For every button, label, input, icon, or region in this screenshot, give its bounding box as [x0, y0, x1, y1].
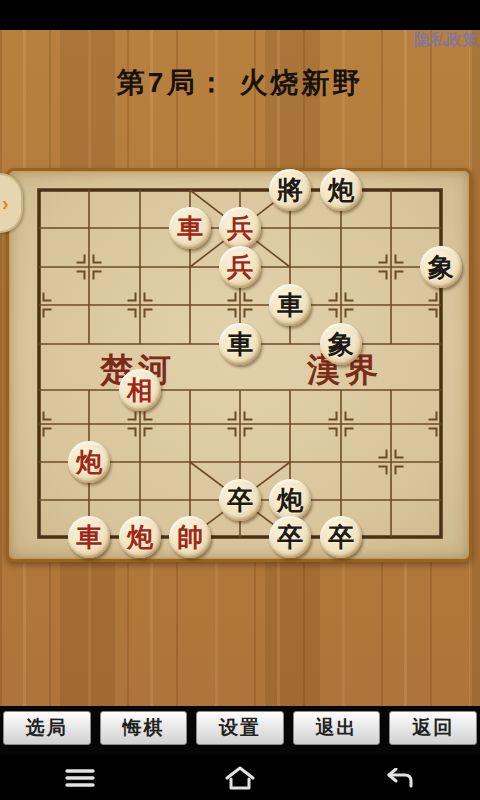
red-cannon-piece[interactable]: 炮 [119, 516, 161, 558]
red-cannon-piece[interactable]: 炮 [68, 441, 110, 483]
pieces-layer: 將炮車兵兵象車車象相炮卒炮車炮帥卒卒 [0, 0, 480, 800]
black-general-piece[interactable]: 將 [269, 169, 311, 211]
black-chariot-piece[interactable]: 車 [219, 323, 261, 365]
red-general-piece[interactable]: 帥 [169, 516, 211, 558]
black-cannon-piece[interactable]: 炮 [269, 479, 311, 521]
black-elephant-piece[interactable]: 象 [320, 323, 362, 365]
red-soldier-piece[interactable]: 兵 [219, 207, 261, 249]
black-soldier-piece[interactable]: 卒 [219, 479, 261, 521]
black-soldier-piece[interactable]: 卒 [320, 516, 362, 558]
red-soldier-piece[interactable]: 兵 [219, 246, 261, 288]
black-chariot-piece[interactable]: 車 [269, 284, 311, 326]
red-chariot-piece[interactable]: 車 [169, 207, 211, 249]
red-chariot-piece[interactable]: 車 [68, 516, 110, 558]
black-elephant-piece[interactable]: 象 [420, 246, 462, 288]
red-elephant-piece[interactable]: 相 [119, 369, 161, 411]
black-soldier-piece[interactable]: 卒 [269, 516, 311, 558]
black-cannon-piece[interactable]: 炮 [320, 169, 362, 211]
screen: 第7局： 火烧新野 隐私政策 楚河 漢界 將炮車兵兵象車車象相炮卒炮車炮帥卒卒 … [0, 0, 480, 800]
chevron-right-icon: › [2, 192, 9, 215]
